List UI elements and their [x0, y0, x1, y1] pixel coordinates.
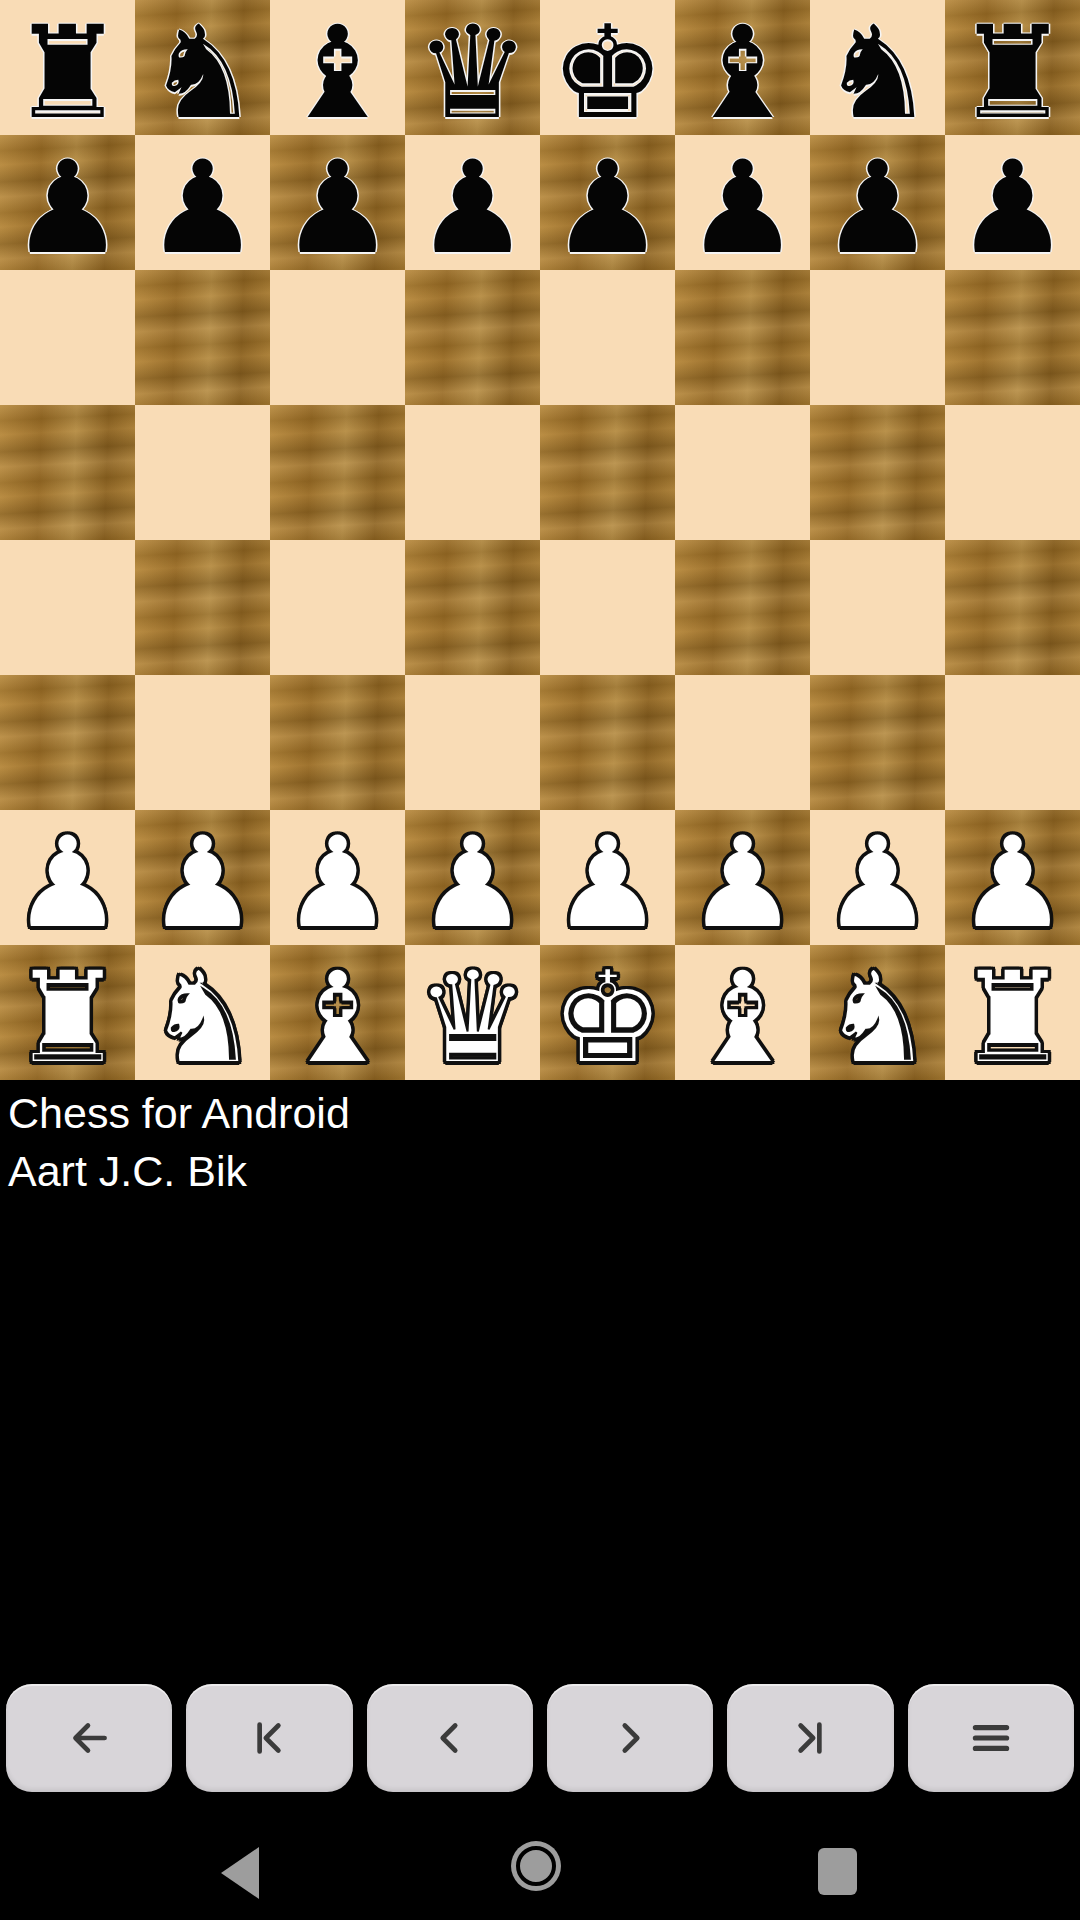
piece-white-rook: ♜︎ — [955, 954, 1070, 1082]
square-e3[interactable] — [540, 675, 675, 810]
control-bar — [6, 1684, 1074, 1792]
square-e2[interactable]: ♟︎ — [540, 810, 675, 945]
square-b7[interactable]: ♟︎ — [135, 135, 270, 270]
piece-white-pawn: ♟︎ — [415, 819, 530, 947]
last-move-button[interactable] — [727, 1684, 893, 1792]
piece-white-knight: ♞︎ — [820, 954, 935, 1082]
android-navbar — [0, 1826, 1080, 1920]
piece-black-king: ♚︎ — [550, 9, 665, 137]
square-f2[interactable]: ♟︎ — [675, 810, 810, 945]
piece-black-queen: ♛︎ — [415, 9, 530, 137]
piece-white-pawn: ♟︎ — [145, 819, 260, 947]
square-a2[interactable]: ♟︎ — [0, 810, 135, 945]
square-c2[interactable]: ♟︎ — [270, 810, 405, 945]
square-a3[interactable] — [0, 675, 135, 810]
square-h8[interactable]: ♜︎ — [945, 0, 1080, 135]
square-a5[interactable] — [0, 405, 135, 540]
piece-white-rook: ♜︎ — [10, 954, 125, 1082]
piece-white-pawn: ♟︎ — [685, 819, 800, 947]
recents-button square-icon[interactable] — [818, 1848, 857, 1895]
piece-black-knight: ♞︎ — [145, 9, 260, 137]
piece-white-queen: ♛︎ — [415, 954, 530, 1082]
app-title: Chess for Android — [8, 1084, 350, 1142]
home-button circle-icon[interactable] — [516, 1846, 556, 1886]
square-c5[interactable] — [270, 405, 405, 540]
chevron-right-icon — [604, 1712, 656, 1764]
back-button triangle-left-icon[interactable] — [221, 1847, 259, 1899]
skip-to-end-icon — [784, 1712, 836, 1764]
square-c6[interactable] — [270, 270, 405, 405]
piece-black-bishop: ♝︎ — [685, 9, 800, 137]
square-c7[interactable]: ♟︎ — [270, 135, 405, 270]
square-d3[interactable] — [405, 675, 540, 810]
square-h2[interactable]: ♟︎ — [945, 810, 1080, 945]
square-b2[interactable]: ♟︎ — [135, 810, 270, 945]
piece-black-pawn: ♟︎ — [550, 144, 665, 272]
square-c1[interactable]: ♝︎ — [270, 945, 405, 1080]
square-e1[interactable]: ♚︎ — [540, 945, 675, 1080]
square-e4[interactable] — [540, 540, 675, 675]
piece-black-pawn: ♟︎ — [415, 144, 530, 272]
square-a6[interactable] — [0, 270, 135, 405]
first-move-button[interactable] — [186, 1684, 352, 1792]
menu-button[interactable] — [908, 1684, 1074, 1792]
square-b4[interactable] — [135, 540, 270, 675]
square-b6[interactable] — [135, 270, 270, 405]
square-h3[interactable] — [945, 675, 1080, 810]
square-g7[interactable]: ♟︎ — [810, 135, 945, 270]
piece-white-king: ♚︎ — [550, 954, 665, 1082]
square-e7[interactable]: ♟︎ — [540, 135, 675, 270]
square-f8[interactable]: ♝︎ — [675, 0, 810, 135]
square-d5[interactable] — [405, 405, 540, 540]
square-d1[interactable]: ♛︎ — [405, 945, 540, 1080]
piece-black-pawn: ♟︎ — [280, 144, 395, 272]
square-d8[interactable]: ♛︎ — [405, 0, 540, 135]
piece-black-rook: ♜︎ — [10, 9, 125, 137]
piece-black-pawn: ♟︎ — [145, 144, 260, 272]
piece-white-bishop: ♝︎ — [685, 954, 800, 1082]
square-h1[interactable]: ♜︎ — [945, 945, 1080, 1080]
square-h6[interactable] — [945, 270, 1080, 405]
square-f4[interactable] — [675, 540, 810, 675]
square-c3[interactable] — [270, 675, 405, 810]
square-f6[interactable] — [675, 270, 810, 405]
square-e8[interactable]: ♚︎ — [540, 0, 675, 135]
square-f1[interactable]: ♝︎ — [675, 945, 810, 1080]
piece-black-pawn: ♟︎ — [820, 144, 935, 272]
piece-white-knight: ♞︎ — [145, 954, 260, 1082]
square-f3[interactable] — [675, 675, 810, 810]
square-c8[interactable]: ♝︎ — [270, 0, 405, 135]
hamburger-menu-icon — [965, 1712, 1017, 1764]
skip-to-start-icon — [243, 1712, 295, 1764]
piece-black-rook: ♜︎ — [955, 9, 1070, 137]
piece-white-pawn: ♟︎ — [820, 819, 935, 947]
square-b1[interactable]: ♞︎ — [135, 945, 270, 1080]
piece-white-pawn: ♟︎ — [955, 819, 1070, 947]
square-d6[interactable] — [405, 270, 540, 405]
previous-move-button[interactable] — [367, 1684, 533, 1792]
square-h7[interactable]: ♟︎ — [945, 135, 1080, 270]
chevron-left-icon — [424, 1712, 476, 1764]
square-f7[interactable]: ♟︎ — [675, 135, 810, 270]
square-g3[interactable] — [810, 675, 945, 810]
app-author: Aart J.C. Bik — [8, 1142, 350, 1200]
square-h5[interactable] — [945, 405, 1080, 540]
square-b5[interactable] — [135, 405, 270, 540]
square-a1[interactable]: ♜︎ — [0, 945, 135, 1080]
square-a8[interactable]: ♜︎ — [0, 0, 135, 135]
piece-black-pawn: ♟︎ — [955, 144, 1070, 272]
square-e5[interactable] — [540, 405, 675, 540]
chess-for-android-screen: ♜︎♞︎♝︎♛︎♚︎♝︎♞︎♜︎♟︎♟︎♟︎♟︎♟︎♟︎♟︎♟︎♟︎♟︎♟︎♟︎… — [0, 0, 1080, 1920]
piece-black-pawn: ♟︎ — [10, 144, 125, 272]
square-c4[interactable] — [270, 540, 405, 675]
piece-white-pawn: ♟︎ — [280, 819, 395, 947]
square-g6[interactable] — [810, 270, 945, 405]
next-move-button[interactable] — [547, 1684, 713, 1792]
square-a4[interactable] — [0, 540, 135, 675]
square-g4[interactable] — [810, 540, 945, 675]
square-g1[interactable]: ♞︎ — [810, 945, 945, 1080]
square-f5[interactable] — [675, 405, 810, 540]
square-g5[interactable] — [810, 405, 945, 540]
square-h4[interactable] — [945, 540, 1080, 675]
piece-white-pawn: ♟︎ — [10, 819, 125, 947]
square-b8[interactable]: ♞︎ — [135, 0, 270, 135]
square-g2[interactable]: ♟︎ — [810, 810, 945, 945]
takeback-button[interactable] — [6, 1684, 172, 1792]
piece-white-pawn: ♟︎ — [550, 819, 665, 947]
piece-white-bishop: ♝︎ — [280, 954, 395, 1082]
square-b3[interactable] — [135, 675, 270, 810]
piece-black-pawn: ♟︎ — [685, 144, 800, 272]
square-d4[interactable] — [405, 540, 540, 675]
arrow-left-icon — [63, 1712, 115, 1764]
piece-black-bishop: ♝︎ — [280, 9, 395, 137]
square-d7[interactable]: ♟︎ — [405, 135, 540, 270]
square-a7[interactable]: ♟︎ — [0, 135, 135, 270]
square-d2[interactable]: ♟︎ — [405, 810, 540, 945]
square-e6[interactable] — [540, 270, 675, 405]
piece-black-knight: ♞︎ — [820, 9, 935, 137]
app-info: Chess for Android Aart J.C. Bik — [8, 1084, 350, 1200]
chess-board: ♜︎♞︎♝︎♛︎♚︎♝︎♞︎♜︎♟︎♟︎♟︎♟︎♟︎♟︎♟︎♟︎♟︎♟︎♟︎♟︎… — [0, 0, 1080, 1080]
square-g8[interactable]: ♞︎ — [810, 0, 945, 135]
